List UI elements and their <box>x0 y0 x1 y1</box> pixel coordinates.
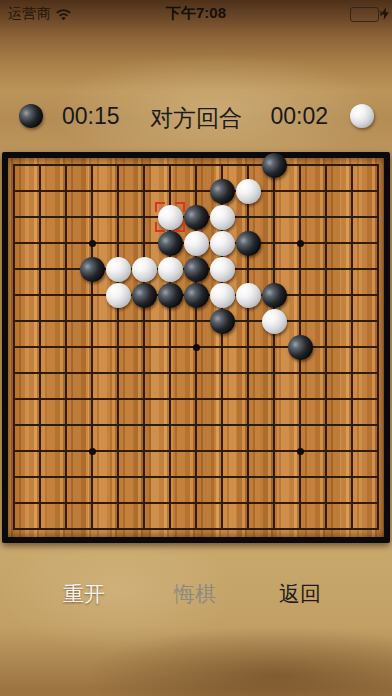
black-stone <box>132 283 157 308</box>
lightning-bolt-icon <box>381 6 389 24</box>
black-stone <box>80 257 105 282</box>
restart-button[interactable]: 重开 <box>44 580 124 608</box>
white-stone <box>236 179 261 204</box>
white-stone <box>106 257 131 282</box>
black-stone <box>184 205 209 230</box>
last-move-marker <box>155 202 185 232</box>
white-player-clock: 00:02 <box>270 103 328 130</box>
game-header: 00:15 对方回合 00:02 <box>0 100 392 134</box>
black-stone <box>236 231 261 256</box>
star-point <box>297 240 304 247</box>
star-point <box>297 448 304 455</box>
white-stone <box>210 231 235 256</box>
black-stone <box>210 309 235 334</box>
black-stone <box>184 257 209 282</box>
white-stone <box>210 205 235 230</box>
white-stone <box>158 257 183 282</box>
white-stone <box>184 231 209 256</box>
star-point <box>89 448 96 455</box>
white-stone <box>132 257 157 282</box>
gomoku-app-screen: 运营商 下午7:08 00:15 对方回合 00:02 重开 <box>0 0 392 696</box>
back-button[interactable]: 返回 <box>260 580 340 608</box>
white-player-stone-icon <box>350 104 374 128</box>
black-stone <box>158 231 183 256</box>
star-point <box>193 344 200 351</box>
status-bar: 运营商 下午7:08 <box>0 0 392 24</box>
black-stone <box>210 179 235 204</box>
turn-indicator-label: 对方回合 <box>0 103 392 134</box>
battery-icon <box>350 7 379 22</box>
black-stone <box>288 335 313 360</box>
undo-button[interactable]: 悔棋 <box>155 580 235 608</box>
black-stone <box>262 153 287 178</box>
white-stone <box>236 283 261 308</box>
star-point <box>89 240 96 247</box>
white-stone <box>106 283 131 308</box>
white-stone <box>262 309 287 334</box>
board-grid[interactable] <box>13 164 379 530</box>
gomoku-board[interactable] <box>2 152 390 543</box>
white-stone <box>210 257 235 282</box>
white-stone <box>210 283 235 308</box>
black-stone <box>262 283 287 308</box>
black-stone <box>158 283 183 308</box>
status-time: 下午7:08 <box>0 4 392 23</box>
black-stone <box>184 283 209 308</box>
